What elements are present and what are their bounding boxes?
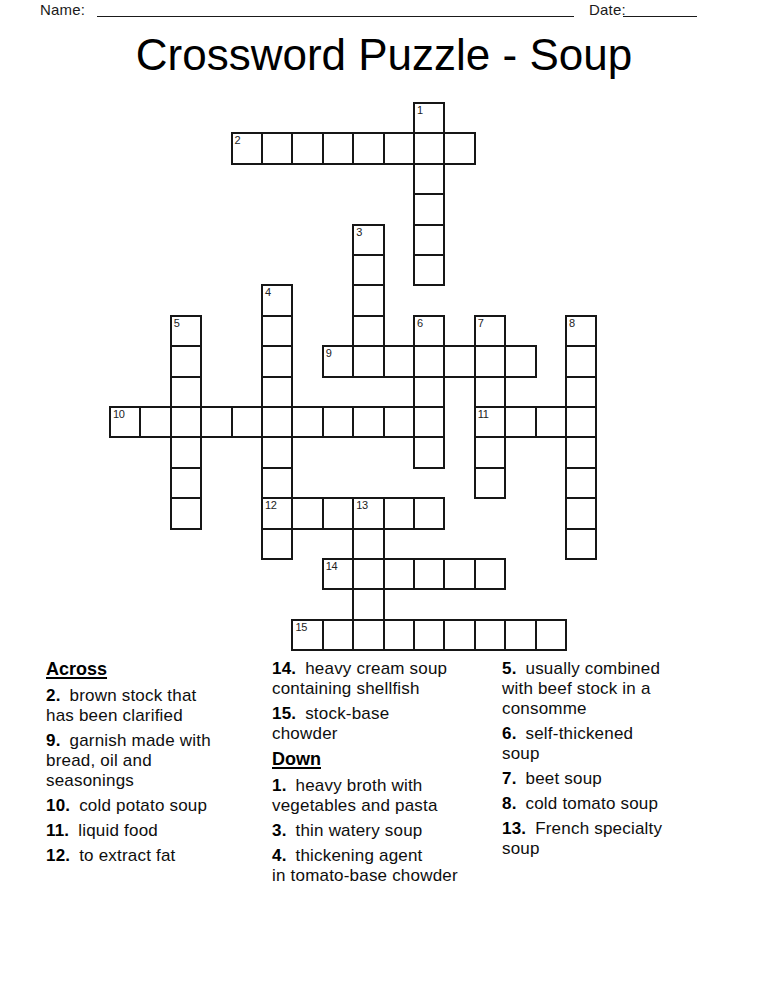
- across-clue-15: 15. stock-base chowder: [272, 704, 510, 744]
- across-clue-2: 2. brown stock that has been clarified: [46, 686, 264, 726]
- grid-cell[interactable]: [413, 132, 445, 164]
- clue-number: 11: [478, 409, 489, 420]
- grid-cell[interactable]: [170, 497, 202, 529]
- clue-number-label: 4.: [272, 846, 287, 865]
- clue-column-left: Across2. brown stock that has been clari…: [46, 659, 264, 871]
- grid-cell[interactable]: [170, 436, 202, 468]
- clue-number-label: 5.: [502, 659, 517, 678]
- clue-number-label: 11.: [46, 821, 69, 840]
- grid-cell[interactable]: [535, 619, 567, 651]
- grid-cell[interactable]: [261, 376, 293, 408]
- clue-text: brown stock that has been clarified: [46, 686, 197, 725]
- crossword-worksheet-page: Name: Date: Crossword Puzzle - Soup 1234…: [0, 0, 768, 994]
- clue-number-label: 8.: [502, 794, 517, 813]
- grid-cell[interactable]: [413, 345, 445, 377]
- down-clue-7: 7. beet soup: [502, 769, 707, 789]
- clue-number: 3: [356, 227, 362, 238]
- grid-cell[interactable]: [261, 345, 293, 377]
- down-clue-4: 4. thickening agent in tomato-base chowd…: [272, 846, 510, 886]
- grid-cell[interactable]: [383, 406, 415, 438]
- grid-cell[interactable]: [291, 497, 323, 529]
- grid-cell[interactable]: [413, 619, 445, 651]
- clue-number-label: 12.: [46, 846, 70, 865]
- grid-cell[interactable]: [413, 497, 445, 529]
- clue-text: cold potato soup: [79, 796, 207, 815]
- across-clue-12: 12. to extract fat: [46, 846, 264, 866]
- clue-number-label: 6.: [502, 724, 517, 743]
- grid-cell[interactable]: [352, 315, 384, 347]
- clue-column-right: 5. usually combined with beef stock in a…: [502, 659, 707, 864]
- grid-cell[interactable]: [231, 406, 263, 438]
- grid-cell[interactable]: [322, 132, 354, 164]
- grid-cell[interactable]: [261, 436, 293, 468]
- clue-number: 14: [326, 561, 338, 572]
- clue-number-label: 3.: [272, 821, 287, 840]
- grid-cell[interactable]: [261, 406, 293, 438]
- grid-cell[interactable]: [565, 528, 597, 560]
- clue-number: 12: [265, 500, 277, 511]
- clue-number-label: 9.: [46, 731, 61, 750]
- clue-number-label: 14.: [272, 659, 296, 678]
- clue-number-label: 15.: [272, 704, 296, 723]
- clue-text: thickening agent in tomato-base chowder: [272, 846, 458, 885]
- down-clue-3: 3. thin watery soup: [272, 821, 510, 841]
- grid-cell[interactable]: [504, 619, 536, 651]
- grid-cell[interactable]: [565, 406, 597, 438]
- clue-number: 6: [417, 318, 423, 329]
- grid-cell[interactable]: [413, 436, 445, 468]
- grid-cell[interactable]: [352, 528, 384, 560]
- grid-cell[interactable]: [170, 406, 202, 438]
- grid-cell[interactable]: [322, 497, 354, 529]
- grid-cell[interactable]: [352, 345, 384, 377]
- clue-number-label: 1.: [272, 776, 287, 795]
- down-clue-8: 8. cold tomato soup: [502, 794, 707, 814]
- clue-text: cold tomato soup: [526, 794, 659, 813]
- clue-number: 4: [265, 287, 271, 298]
- clue-number: 8: [569, 318, 575, 329]
- grid-cell[interactable]: [139, 406, 171, 438]
- name-label: Name:: [40, 1, 85, 18]
- grid-cell[interactable]: [565, 345, 597, 377]
- clue-text: thin watery soup: [296, 821, 423, 840]
- clue-text: beet soup: [526, 769, 602, 788]
- across-clue-10: 10. cold potato soup: [46, 796, 264, 816]
- grid-cell[interactable]: [261, 467, 293, 499]
- down-clue-13: 13. French specialty soup: [502, 819, 707, 859]
- clue-number-label: 7.: [502, 769, 517, 788]
- grid-cell[interactable]: [383, 497, 415, 529]
- grid-cell[interactable]: [291, 132, 323, 164]
- grid-cell[interactable]: [535, 406, 567, 438]
- page-title: Crossword Puzzle - Soup: [0, 29, 768, 81]
- grid-cell[interactable]: [322, 619, 354, 651]
- grid-cell[interactable]: [474, 345, 506, 377]
- down-clue-5: 5. usually combined with beef stock in a…: [502, 659, 707, 719]
- grid-cell[interactable]: [352, 619, 384, 651]
- grid-cell[interactable]: [443, 345, 475, 377]
- clue-text: usually combined with beef stock in a co…: [502, 659, 660, 718]
- grid-cell[interactable]: [261, 528, 293, 560]
- clue-number-label: 2.: [46, 686, 61, 705]
- clue-column-middle: 14. heavy cream soup containing shellfis…: [272, 659, 510, 891]
- grid-cell[interactable]: [474, 467, 506, 499]
- clue-text: self-thickened soup: [502, 724, 633, 763]
- grid-cell[interactable]: [443, 558, 475, 590]
- date-blank-line: [623, 0, 697, 17]
- clue-text: heavy cream soup containing shellfish: [272, 659, 447, 698]
- grid-cell[interactable]: [200, 406, 232, 438]
- clue-text: liquid food: [78, 821, 158, 840]
- grid-cell[interactable]: [504, 345, 536, 377]
- grid-cell[interactable]: [565, 497, 597, 529]
- clue-text: heavy broth with vegetables and pasta: [272, 776, 438, 815]
- clue-number-label: 13.: [502, 819, 526, 838]
- clue-number: 5: [174, 318, 180, 329]
- clue-number: 9: [326, 348, 332, 359]
- grid-cell[interactable]: [352, 284, 384, 316]
- grid-cell[interactable]: [413, 163, 445, 195]
- grid-cell[interactable]: [565, 467, 597, 499]
- grid-cell[interactable]: [261, 132, 293, 164]
- down-clue-6: 6. self-thickened soup: [502, 724, 707, 764]
- clue-number: 15: [295, 622, 307, 633]
- across-clue-11: 11. liquid food: [46, 821, 264, 841]
- date-label: Date:: [589, 1, 626, 18]
- grid-cell[interactable]: [565, 376, 597, 408]
- grid-cell[interactable]: [322, 406, 354, 438]
- grid-cell[interactable]: [474, 619, 506, 651]
- grid-cell[interactable]: [474, 436, 506, 468]
- grid-cell[interactable]: [413, 406, 445, 438]
- grid-cell[interactable]: [170, 467, 202, 499]
- grid-cell[interactable]: [474, 376, 506, 408]
- clue-number: 13: [356, 500, 368, 511]
- grid-cell[interactable]: [383, 558, 415, 590]
- grid-cell[interactable]: [474, 558, 506, 590]
- across-clue-9: 9. garnish made with bread, oil and seas…: [46, 731, 264, 791]
- grid-cell[interactable]: [352, 254, 384, 286]
- grid-cell[interactable]: [170, 345, 202, 377]
- clue-number: 1: [417, 105, 423, 116]
- grid-cell[interactable]: [352, 406, 384, 438]
- clue-text: to extract fat: [79, 846, 175, 865]
- grid-cell[interactable]: [261, 315, 293, 347]
- across-clue-14: 14. heavy cream soup containing shellfis…: [272, 659, 510, 699]
- clue-number: 7: [478, 318, 484, 329]
- grid-cell[interactable]: [443, 132, 475, 164]
- grid-cell[interactable]: [413, 254, 445, 286]
- across-clues-header: Across: [46, 659, 264, 679]
- grid-cell[interactable]: [565, 436, 597, 468]
- name-blank-line: [97, 0, 574, 17]
- grid-cell[interactable]: [413, 376, 445, 408]
- grid-cell[interactable]: [170, 376, 202, 408]
- grid-cell[interactable]: [443, 619, 475, 651]
- down-clues-header: Down: [272, 749, 510, 769]
- down-clue-1: 1. heavy broth with vegetables and pasta: [272, 776, 510, 816]
- clue-number: 10: [113, 409, 125, 420]
- grid-cell[interactable]: [352, 558, 384, 590]
- clue-text: garnish made with bread, oil and seasoni…: [46, 731, 211, 790]
- clue-number-label: 10.: [46, 796, 70, 815]
- grid-cell[interactable]: [383, 132, 415, 164]
- grid-cell[interactable]: [291, 406, 323, 438]
- grid-cell[interactable]: [504, 406, 536, 438]
- grid-cell[interactable]: [352, 588, 384, 620]
- grid-cell[interactable]: [352, 132, 384, 164]
- grid-cell[interactable]: [383, 345, 415, 377]
- clue-text: French specialty soup: [502, 819, 662, 858]
- clue-number: 2: [235, 135, 241, 146]
- grid-cell[interactable]: [413, 558, 445, 590]
- grid-cell[interactable]: [413, 193, 445, 225]
- grid-cell[interactable]: [413, 224, 445, 256]
- grid-cell[interactable]: [383, 619, 415, 651]
